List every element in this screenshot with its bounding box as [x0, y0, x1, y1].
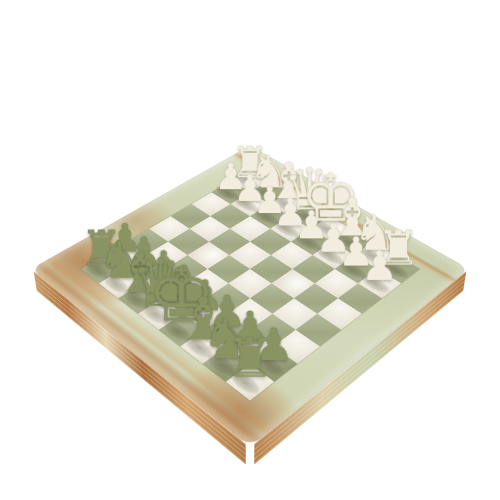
piece-green-rook[interactable]: ♜ [225, 330, 274, 385]
scene: ♜♞♝♛♚♝♞♜♟♟♟♟♟♟♟♟♟♟♟♟♟♟♟♟♜♞♝♛♚♝♞♜ [0, 0, 500, 500]
photo-canvas: ♜♞♝♛♚♝♞♜♟♟♟♟♟♟♟♟♟♟♟♟♟♟♟♟♜♞♝♛♚♝♞♜ [0, 0, 500, 500]
piece-ivory-pawn[interactable]: ♟ [361, 245, 398, 286]
chess-board-3d: ♜♞♝♛♚♝♞♜♟♟♟♟♟♟♟♟♟♟♟♟♟♟♟♟♜♞♝♛♚♝♞♜ [31, 145, 469, 447]
pieces-layer: ♜♞♝♛♚♝♞♜♟♟♟♟♟♟♟♟♟♟♟♟♟♟♟♟♜♞♝♛♚♝♞♜ [31, 145, 470, 447]
